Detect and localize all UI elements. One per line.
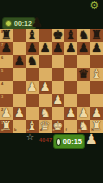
square-a1[interactable]: ♜1a (0, 120, 13, 133)
square-f1[interactable]: f (64, 120, 77, 133)
white-piece: ♜ (0, 120, 13, 133)
black-piece: ♟ (90, 42, 103, 55)
square-e5[interactable] (52, 68, 65, 81)
square-h5[interactable]: ♝ (90, 68, 103, 81)
white-clock-time: 00:15 (63, 137, 82, 146)
black-clock-time: 00:12 (14, 20, 32, 27)
square-e7[interactable]: ♟ (52, 42, 65, 55)
square-a4[interactable]: 4 (0, 81, 13, 94)
chess-app: ⚙ 00:12 ♟ ♜8♝♚♝♞♜♟7♟♟♟♟♟♟6♟♞5♛♝4♟♟3♟♟2♟♞… (0, 0, 103, 183)
square-g5[interactable]: ♛ (77, 68, 90, 81)
clock-icon (56, 138, 61, 146)
square-a6[interactable]: 6 (0, 55, 13, 68)
chess-board: ♜8♝♚♝♞♜♟7♟♟♟♟♟♟6♟♞5♛♝4♟♟3♟♟2♟♞♟♟♟♜1ab♝c♛… (0, 29, 103, 133)
black-piece: ♟ (13, 55, 26, 68)
square-e1[interactable]: ♚e (52, 120, 65, 133)
white-piece: ♛ (39, 120, 52, 133)
square-b8[interactable] (13, 29, 26, 42)
square-f4[interactable] (64, 81, 77, 94)
white-piece: ♚ (52, 120, 65, 133)
square-f6[interactable] (64, 55, 77, 68)
square-h7[interactable]: ♟ (90, 42, 103, 55)
square-b1[interactable]: b (13, 120, 26, 133)
square-b6[interactable]: ♟ (13, 55, 26, 68)
square-b5[interactable] (13, 68, 26, 81)
square-g7[interactable]: ♟ (77, 42, 90, 55)
square-c3[interactable] (26, 94, 39, 107)
square-f2[interactable]: ♟ (64, 107, 77, 120)
star-score-value: 4047 (39, 137, 52, 143)
square-b2[interactable]: ♟ (13, 107, 26, 120)
square-a5[interactable]: 5 (0, 68, 13, 81)
square-h4[interactable] (90, 81, 103, 94)
white-piece: ♟ (39, 81, 52, 94)
black-piece: ♟ (39, 42, 52, 55)
black-piece: ♛ (77, 68, 90, 81)
rank-label: 3 (1, 95, 3, 99)
white-piece: ♟ (26, 81, 39, 94)
black-piece: ♟ (77, 42, 90, 55)
square-d7[interactable]: ♟ (39, 42, 52, 55)
file-label: f (65, 128, 66, 132)
black-piece: ♞ (26, 55, 39, 68)
square-d6[interactable] (39, 55, 52, 68)
square-b4[interactable] (13, 81, 26, 94)
rank-label: 4 (1, 82, 3, 86)
star-icon[interactable]: ☆ (26, 133, 34, 142)
square-f7[interactable]: ♟ (64, 42, 77, 55)
white-piece: ♟ (52, 94, 65, 107)
rank-label: 6 (1, 56, 3, 60)
square-c4[interactable]: ♟ (26, 81, 39, 94)
settings-gear-icon[interactable]: ⚙ (89, 0, 99, 11)
rank-label: 5 (1, 69, 3, 73)
clock-icon (5, 20, 12, 27)
square-g4[interactable] (77, 81, 90, 94)
square-d4[interactable]: ♟ (39, 81, 52, 94)
white-piece: ♟ (64, 107, 77, 120)
black-piece: ♟ (52, 42, 65, 55)
black-piece: ♟ (64, 42, 77, 55)
white-clock: 00:15 (53, 134, 85, 149)
white-piece: ♟ (13, 107, 26, 120)
square-e3[interactable]: ♟ (52, 94, 65, 107)
square-a7[interactable]: ♟7 (0, 42, 13, 55)
file-label: b (14, 128, 16, 132)
square-d1[interactable]: ♛d (39, 120, 52, 133)
square-f5[interactable] (64, 68, 77, 81)
square-e6[interactable] (52, 55, 65, 68)
black-piece: ♟ (0, 42, 13, 55)
square-c6[interactable]: ♞ (26, 55, 39, 68)
white-piece: ♝ (90, 68, 103, 81)
white-player-piece-icon: ♟ (85, 132, 98, 146)
